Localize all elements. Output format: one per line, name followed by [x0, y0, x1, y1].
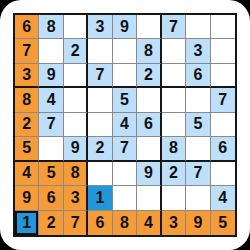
- sudoku-cell-r5c5[interactable]: 4: [113, 113, 137, 137]
- sudoku-cell-r9c8[interactable]: 9: [186, 211, 210, 235]
- sudoku-cell-r6c5[interactable]: 7: [113, 137, 137, 161]
- screenshot-stage: 6839772833972684572746559278645892796314…: [0, 0, 250, 250]
- sudoku-cell-r9c9[interactable]: 5: [211, 211, 235, 235]
- sudoku-cell-r9c1[interactable]: 1: [15, 211, 39, 235]
- sudoku-cell-r3c3[interactable]: [64, 64, 88, 88]
- sudoku-cell-r2c2[interactable]: [39, 39, 63, 63]
- sudoku-cell-r6c3[interactable]: 9: [64, 137, 88, 161]
- sudoku-cell-r3c8[interactable]: 6: [186, 64, 210, 88]
- sudoku-cell-r4c9[interactable]: 7: [211, 88, 235, 112]
- sudoku-cell-r2c4[interactable]: [88, 39, 112, 63]
- sudoku-cell-r4c6[interactable]: [137, 88, 161, 112]
- sudoku-cell-r5c1[interactable]: 2: [15, 113, 39, 137]
- sudoku-cell-r8c5[interactable]: [113, 186, 137, 210]
- sudoku-cell-r6c8[interactable]: [186, 137, 210, 161]
- sudoku-cell-r2c9[interactable]: [211, 39, 235, 63]
- sudoku-cell-r1c6[interactable]: [137, 15, 161, 39]
- sudoku-cell-r2c6[interactable]: 8: [137, 39, 161, 63]
- sudoku-cell-r7c9[interactable]: [211, 162, 235, 186]
- sudoku-cell-r5c8[interactable]: 5: [186, 113, 210, 137]
- sudoku-cell-r5c3[interactable]: [64, 113, 88, 137]
- sudoku-cell-r1c8[interactable]: [186, 15, 210, 39]
- sudoku-cell-r4c3[interactable]: [64, 88, 88, 112]
- sudoku-cell-r8c7[interactable]: [162, 186, 186, 210]
- sudoku-cell-r1c1[interactable]: 6: [15, 15, 39, 39]
- sudoku-cell-r9c2[interactable]: 2: [39, 211, 63, 235]
- sudoku-cell-r5c6[interactable]: 6: [137, 113, 161, 137]
- sudoku-cell-r4c2[interactable]: 4: [39, 88, 63, 112]
- sudoku-cell-r7c2[interactable]: 5: [39, 162, 63, 186]
- sudoku-cell-r6c4[interactable]: 2: [88, 137, 112, 161]
- sudoku-cell-r7c4[interactable]: [88, 162, 112, 186]
- sudoku-cell-r6c2[interactable]: [39, 137, 63, 161]
- sudoku-cell-r3c1[interactable]: 3: [15, 64, 39, 88]
- sudoku-cell-r7c5[interactable]: [113, 162, 137, 186]
- sudoku-cell-r1c3[interactable]: [64, 15, 88, 39]
- sudoku-cell-r4c8[interactable]: [186, 88, 210, 112]
- sudoku-cell-r6c7[interactable]: 8: [162, 137, 186, 161]
- sudoku-cell-r2c5[interactable]: [113, 39, 137, 63]
- sudoku-cell-r4c5[interactable]: 5: [113, 88, 137, 112]
- sudoku-cell-r9c4[interactable]: 6: [88, 211, 112, 235]
- sudoku-cell-r6c1[interactable]: 5: [15, 137, 39, 161]
- sudoku-cell-r4c1[interactable]: 8: [15, 88, 39, 112]
- sudoku-cell-r3c9[interactable]: [211, 64, 235, 88]
- sudoku-cell-r5c9[interactable]: [211, 113, 235, 137]
- sudoku-cell-r5c7[interactable]: [162, 113, 186, 137]
- sudoku-cell-r7c3[interactable]: 8: [64, 162, 88, 186]
- sudoku-cell-r5c4[interactable]: [88, 113, 112, 137]
- sudoku-cell-r5c2[interactable]: 7: [39, 113, 63, 137]
- sudoku-cell-r1c4[interactable]: 3: [88, 15, 112, 39]
- sudoku-cell-r8c3[interactable]: 3: [64, 186, 88, 210]
- sudoku-cell-r6c9[interactable]: 6: [211, 137, 235, 161]
- sudoku-cell-r9c5[interactable]: 8: [113, 211, 137, 235]
- sudoku-cell-r3c7[interactable]: [162, 64, 186, 88]
- sudoku-cell-r3c2[interactable]: 9: [39, 64, 63, 88]
- sudoku-cell-r9c6[interactable]: 4: [137, 211, 161, 235]
- sudoku-cell-r3c6[interactable]: 2: [137, 64, 161, 88]
- sudoku-cell-r4c7[interactable]: [162, 88, 186, 112]
- sudoku-cell-r1c2[interactable]: 8: [39, 15, 63, 39]
- sudoku-cell-r2c1[interactable]: 7: [15, 39, 39, 63]
- sudoku-cell-r4c4[interactable]: [88, 88, 112, 112]
- sudoku-cell-r7c1[interactable]: 4: [15, 162, 39, 186]
- sudoku-cell-r6c6[interactable]: [137, 137, 161, 161]
- sudoku-cell-r8c8[interactable]: [186, 186, 210, 210]
- sudoku-cell-r9c7[interactable]: 3: [162, 211, 186, 235]
- sudoku-cell-r1c5[interactable]: 9: [113, 15, 137, 39]
- sudoku-cell-r8c6[interactable]: [137, 186, 161, 210]
- sudoku-cell-r8c1[interactable]: 9: [15, 186, 39, 210]
- sudoku-cell-r8c9[interactable]: 4: [211, 186, 235, 210]
- sudoku-cell-r1c7[interactable]: 7: [162, 15, 186, 39]
- app-canvas: 6839772833972684572746559278645892796314…: [0, 0, 250, 250]
- sudoku-cell-r7c8[interactable]: 7: [186, 162, 210, 186]
- sudoku-cell-r3c5[interactable]: [113, 64, 137, 88]
- sudoku-cell-r3c4[interactable]: 7: [88, 64, 112, 88]
- sudoku-cell-r7c6[interactable]: 9: [137, 162, 161, 186]
- sudoku-cell-r1c9[interactable]: [211, 15, 235, 39]
- sudoku-cell-r2c7[interactable]: [162, 39, 186, 63]
- sudoku-board: 6839772833972684572746559278645892796314…: [13, 13, 237, 237]
- sudoku-cell-r8c2[interactable]: 6: [39, 186, 63, 210]
- sudoku-cell-r7c7[interactable]: 2: [162, 162, 186, 186]
- sudoku-cell-r9c3[interactable]: 7: [64, 211, 88, 235]
- sudoku-cell-r8c4[interactable]: 1: [88, 186, 112, 210]
- sudoku-cell-r2c3[interactable]: 2: [64, 39, 88, 63]
- sudoku-cell-r2c8[interactable]: 3: [186, 39, 210, 63]
